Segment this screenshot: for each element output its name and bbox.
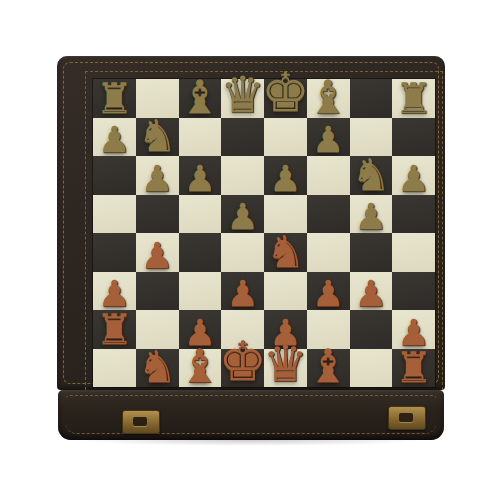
product-photo: ♜♝♛♚♝♜♟♞♟♟♟♟♞♟♟♟♟♞♟♟♟♟♜♟♟♟♞♝♚♛♝♜ [0, 0, 500, 500]
piece-brass-pawn: ♟ [312, 122, 344, 158]
square-f4 [307, 233, 350, 272]
piece-copper-bishop: ♝ [308, 343, 349, 389]
square-e2: ♟ [264, 310, 307, 349]
piece-brass-knight: ♞ [137, 114, 176, 158]
square-b2 [136, 310, 179, 349]
piece-copper-pawn: ♟ [397, 315, 429, 351]
square-h8: ♜ [392, 79, 435, 118]
square-d4 [221, 233, 264, 272]
square-e6: ♟ [264, 156, 307, 195]
square-a4 [93, 233, 136, 272]
square-b4: ♟ [136, 233, 179, 272]
square-c5 [179, 195, 222, 234]
piece-copper-pawn: ♟ [355, 276, 387, 312]
piece-brass-pawn: ♟ [98, 122, 130, 158]
piece-brass-pawn: ♟ [141, 161, 173, 197]
piece-copper-pawn: ♟ [269, 315, 301, 351]
square-d6 [221, 156, 264, 195]
square-g1 [350, 349, 393, 388]
square-a5 [93, 195, 136, 234]
piece-copper-pawn: ♟ [226, 276, 258, 312]
square-e5 [264, 195, 307, 234]
ground-shadow [75, 434, 427, 446]
square-c6: ♟ [179, 156, 222, 195]
square-h2: ♟ [392, 310, 435, 349]
piece-copper-knight: ♞ [137, 345, 176, 389]
square-a8: ♜ [93, 79, 136, 118]
chess-board: ♜♝♛♚♝♜♟♞♟♟♟♟♞♟♟♟♟♞♟♟♟♟♜♟♟♟♞♝♚♛♝♜ [93, 79, 435, 387]
square-e3 [264, 272, 307, 311]
square-f1: ♝ [307, 349, 350, 388]
square-a1 [93, 349, 136, 388]
square-e1: ♛ [264, 349, 307, 388]
piece-copper-pawn: ♟ [184, 315, 216, 351]
square-a2: ♜ [93, 310, 136, 349]
square-f6 [307, 156, 350, 195]
piece-copper-rook: ♜ [395, 347, 433, 389]
square-a6 [93, 156, 136, 195]
square-b7: ♞ [136, 118, 179, 157]
square-b8 [136, 79, 179, 118]
piece-copper-pawn: ♟ [141, 238, 173, 274]
piece-brass-pawn: ♟ [397, 161, 429, 197]
piece-brass-pawn: ♟ [355, 199, 387, 235]
square-g6: ♞ [350, 156, 393, 195]
square-f8: ♝ [307, 79, 350, 118]
square-b1: ♞ [136, 349, 179, 388]
square-b5 [136, 195, 179, 234]
square-h6: ♟ [392, 156, 435, 195]
square-c4 [179, 233, 222, 272]
square-d3: ♟ [221, 272, 264, 311]
piece-copper-rook: ♜ [96, 309, 134, 351]
square-h3 [392, 272, 435, 311]
square-d5: ♟ [221, 195, 264, 234]
brass-clasp-right [388, 406, 426, 430]
piece-copper-bishop: ♝ [179, 343, 220, 389]
chess-case-top: ♜♝♛♚♝♜♟♞♟♟♟♟♞♟♟♟♟♞♟♟♟♟♜♟♟♟♞♝♚♛♝♜ [57, 56, 445, 390]
square-b6: ♟ [136, 156, 179, 195]
square-a3: ♟ [93, 272, 136, 311]
case-front-panel [58, 390, 444, 440]
piece-copper-knight: ♞ [266, 230, 305, 274]
square-a7: ♟ [93, 118, 136, 157]
square-d7 [221, 118, 264, 157]
square-c1: ♝ [179, 349, 222, 388]
brass-clasp-left [122, 410, 160, 434]
square-e7 [264, 118, 307, 157]
square-f5 [307, 195, 350, 234]
square-b3 [136, 272, 179, 311]
square-h4 [392, 233, 435, 272]
square-g8 [350, 79, 393, 118]
square-g4 [350, 233, 393, 272]
square-h5 [392, 195, 435, 234]
piece-copper-pawn: ♟ [312, 276, 344, 312]
square-c3 [179, 272, 222, 311]
piece-copper-pawn: ♟ [98, 276, 130, 312]
square-f3: ♟ [307, 272, 350, 311]
square-d1: ♚ [221, 349, 264, 388]
square-e8: ♚ [264, 79, 307, 118]
square-g2 [350, 310, 393, 349]
square-g7 [350, 118, 393, 157]
piece-brass-pawn: ♟ [184, 161, 216, 197]
square-g3: ♟ [350, 272, 393, 311]
piece-brass-bishop: ♝ [179, 74, 220, 120]
square-g5: ♟ [350, 195, 393, 234]
piece-brass-rook: ♜ [395, 78, 433, 120]
square-h1: ♜ [392, 349, 435, 388]
piece-brass-pawn: ♟ [269, 161, 301, 197]
square-e4: ♞ [264, 233, 307, 272]
square-c8: ♝ [179, 79, 222, 118]
piece-brass-pawn: ♟ [226, 199, 258, 235]
square-f7: ♟ [307, 118, 350, 157]
piece-brass-knight: ♞ [351, 153, 390, 197]
square-f2 [307, 310, 350, 349]
square-d8: ♛ [221, 79, 264, 118]
square-d2 [221, 310, 264, 349]
piece-brass-bishop: ♝ [308, 74, 349, 120]
square-c7 [179, 118, 222, 157]
square-h7 [392, 118, 435, 157]
square-c2: ♟ [179, 310, 222, 349]
piece-brass-rook: ♜ [96, 78, 134, 120]
